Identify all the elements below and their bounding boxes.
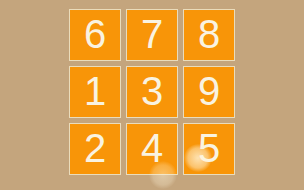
puzzle-board: 678139245	[69, 9, 235, 175]
tile-2[interactable]: 2	[69, 123, 121, 175]
tile-6[interactable]: 6	[69, 9, 121, 61]
tile-3[interactable]: 3	[126, 66, 178, 118]
tile-7[interactable]: 7	[126, 9, 178, 61]
tile-4[interactable]: 4	[126, 123, 178, 175]
app-background: 678139245	[0, 0, 304, 190]
tile-5[interactable]: 5	[183, 123, 235, 175]
tile-9[interactable]: 9	[183, 66, 235, 118]
tile-1[interactable]: 1	[69, 66, 121, 118]
tile-8[interactable]: 8	[183, 9, 235, 61]
